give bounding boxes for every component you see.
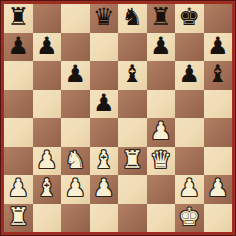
white-bishop: ♝ [36, 176, 58, 200]
black-king: ♚ [178, 5, 200, 29]
square-a3[interactable] [4, 147, 33, 176]
square-a7[interactable]: ♟ [4, 33, 33, 62]
square-a5[interactable] [4, 90, 33, 119]
square-d3[interactable]: ♝ [90, 147, 119, 176]
square-g1[interactable]: ♚ [175, 204, 204, 233]
square-f7[interactable]: ♟ [147, 33, 176, 62]
square-e5[interactable] [118, 90, 147, 119]
square-f4[interactable]: ♟ [147, 118, 176, 147]
black-knight: ♞ [121, 5, 143, 29]
chess-board-grid: ♜♛♞♜♚♟♟♟♟♟♝♟♝♟♟♟♞♝♜♛♟♝♟♟♟♟♜♚ [4, 4, 232, 232]
square-g2[interactable]: ♟ [175, 175, 204, 204]
square-e6[interactable]: ♝ [118, 61, 147, 90]
square-f6[interactable] [147, 61, 176, 90]
square-b6[interactable] [33, 61, 62, 90]
black-pawn: ♟ [178, 62, 200, 86]
square-g8[interactable]: ♚ [175, 4, 204, 33]
white-pawn: ♟ [36, 148, 58, 172]
square-h6[interactable]: ♝ [204, 61, 233, 90]
square-d7[interactable] [90, 33, 119, 62]
square-a1[interactable]: ♜ [4, 204, 33, 233]
square-h2[interactable]: ♟ [204, 175, 233, 204]
square-c5[interactable] [61, 90, 90, 119]
square-d2[interactable]: ♟ [90, 175, 119, 204]
white-pawn: ♟ [64, 176, 86, 200]
square-c3[interactable]: ♞ [61, 147, 90, 176]
square-g3[interactable] [175, 147, 204, 176]
square-a6[interactable] [4, 61, 33, 90]
square-c7[interactable] [61, 33, 90, 62]
black-queen: ♛ [93, 5, 115, 29]
square-g5[interactable] [175, 90, 204, 119]
square-g4[interactable] [175, 118, 204, 147]
square-b5[interactable] [33, 90, 62, 119]
black-rook: ♜ [150, 5, 172, 29]
square-b3[interactable]: ♟ [33, 147, 62, 176]
black-pawn: ♟ [7, 34, 29, 58]
square-c6[interactable]: ♟ [61, 61, 90, 90]
white-queen: ♛ [150, 148, 172, 172]
square-d5[interactable]: ♟ [90, 90, 119, 119]
square-d1[interactable] [90, 204, 119, 233]
black-pawn: ♟ [93, 91, 115, 115]
square-c8[interactable] [61, 4, 90, 33]
black-bishop: ♝ [121, 62, 143, 86]
black-bishop: ♝ [207, 62, 229, 86]
white-pawn: ♟ [207, 176, 229, 200]
square-c1[interactable] [61, 204, 90, 233]
square-e3[interactable]: ♜ [118, 147, 147, 176]
square-e7[interactable] [118, 33, 147, 62]
square-b4[interactable] [33, 118, 62, 147]
square-b2[interactable]: ♝ [33, 175, 62, 204]
white-pawn: ♟ [93, 176, 115, 200]
square-e1[interactable] [118, 204, 147, 233]
square-h7[interactable]: ♟ [204, 33, 233, 62]
square-f3[interactable]: ♛ [147, 147, 176, 176]
black-rook: ♜ [7, 5, 29, 29]
square-h5[interactable] [204, 90, 233, 119]
square-d6[interactable] [90, 61, 119, 90]
black-pawn: ♟ [36, 34, 58, 58]
white-pawn: ♟ [178, 176, 200, 200]
black-pawn: ♟ [64, 62, 86, 86]
square-a2[interactable]: ♟ [4, 175, 33, 204]
white-rook: ♜ [7, 205, 29, 229]
square-b7[interactable]: ♟ [33, 33, 62, 62]
square-d4[interactable] [90, 118, 119, 147]
square-g6[interactable]: ♟ [175, 61, 204, 90]
black-pawn: ♟ [207, 34, 229, 58]
square-f8[interactable]: ♜ [147, 4, 176, 33]
square-e4[interactable] [118, 118, 147, 147]
square-g7[interactable] [175, 33, 204, 62]
square-f5[interactable] [147, 90, 176, 119]
square-h1[interactable] [204, 204, 233, 233]
square-h3[interactable] [204, 147, 233, 176]
chess-board: ♜♛♞♜♚♟♟♟♟♟♝♟♝♟♟♟♞♝♜♛♟♝♟♟♟♟♜♚ [0, 0, 236, 236]
white-rook: ♜ [121, 148, 143, 172]
white-bishop: ♝ [93, 148, 115, 172]
square-h8[interactable] [204, 4, 233, 33]
square-b1[interactable] [33, 204, 62, 233]
square-c4[interactable] [61, 118, 90, 147]
square-d8[interactable]: ♛ [90, 4, 119, 33]
square-a8[interactable]: ♜ [4, 4, 33, 33]
white-pawn: ♟ [7, 176, 29, 200]
square-h4[interactable] [204, 118, 233, 147]
square-e2[interactable] [118, 175, 147, 204]
square-e8[interactable]: ♞ [118, 4, 147, 33]
black-pawn: ♟ [150, 34, 172, 58]
square-b8[interactable] [33, 4, 62, 33]
white-king: ♚ [178, 205, 200, 229]
square-a4[interactable] [4, 118, 33, 147]
square-c2[interactable]: ♟ [61, 175, 90, 204]
white-pawn: ♟ [150, 119, 172, 143]
white-knight: ♞ [64, 148, 86, 172]
square-f1[interactable] [147, 204, 176, 233]
square-f2[interactable] [147, 175, 176, 204]
